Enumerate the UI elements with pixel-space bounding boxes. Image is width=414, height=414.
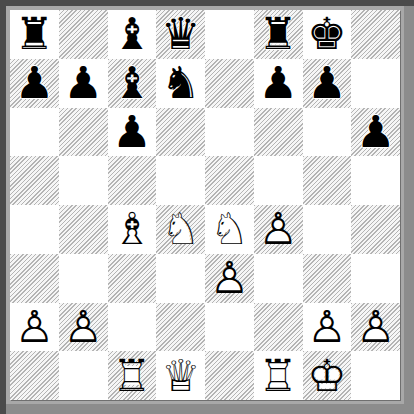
square-c7[interactable]: ♝ [108, 59, 157, 108]
square-e8[interactable] [205, 10, 254, 59]
square-e7[interactable] [205, 59, 254, 108]
square-a5[interactable] [10, 156, 59, 205]
piece-white-queen-d1[interactable]: ♕ [161, 354, 200, 398]
square-c8[interactable]: ♝ [108, 10, 157, 59]
square-c4[interactable]: ♗ [108, 205, 157, 254]
square-h4[interactable] [351, 205, 400, 254]
square-e2[interactable] [205, 303, 254, 352]
square-h6[interactable]: ♟ [351, 108, 400, 157]
piece-white-rook-f1[interactable]: ♖ [258, 354, 297, 398]
piece-white-king-g1[interactable]: ♔ [307, 354, 346, 398]
square-a2[interactable]: ♙ [10, 303, 59, 352]
piece-black-king-g8[interactable]: ♚ [307, 12, 346, 56]
square-b7[interactable]: ♟ [59, 59, 108, 108]
square-d8[interactable]: ♛ [156, 10, 205, 59]
square-e6[interactable] [205, 108, 254, 157]
square-e1[interactable] [205, 351, 254, 400]
square-f7[interactable]: ♟ [254, 59, 303, 108]
piece-black-bishop-c7[interactable]: ♝ [112, 61, 151, 105]
piece-white-pawn-f4[interactable]: ♙ [258, 207, 297, 251]
square-b3[interactable] [59, 254, 108, 303]
square-c3[interactable] [108, 254, 157, 303]
square-e5[interactable] [205, 156, 254, 205]
piece-black-knight-d7[interactable]: ♞ [161, 61, 200, 105]
piece-black-queen-d8[interactable]: ♛ [161, 12, 200, 56]
square-h7[interactable] [351, 59, 400, 108]
square-b8[interactable] [59, 10, 108, 59]
chess-board-frame: ♜♝♛♜♚♟♟♝♞♟♟♟♟♗♘♘♙♙♙♙♙♙♖♕♖♔ [0, 0, 414, 414]
square-d5[interactable] [156, 156, 205, 205]
square-b2[interactable]: ♙ [59, 303, 108, 352]
square-h8[interactable] [351, 10, 400, 59]
square-f5[interactable] [254, 156, 303, 205]
square-a7[interactable]: ♟ [10, 59, 59, 108]
square-a4[interactable] [10, 205, 59, 254]
square-g2[interactable]: ♙ [303, 303, 352, 352]
square-b6[interactable] [59, 108, 108, 157]
piece-white-knight-e4[interactable]: ♘ [210, 207, 249, 251]
square-d3[interactable] [156, 254, 205, 303]
square-g6[interactable] [303, 108, 352, 157]
piece-black-pawn-c6[interactable]: ♟ [112, 110, 151, 154]
square-f1[interactable]: ♖ [254, 351, 303, 400]
piece-white-pawn-a2[interactable]: ♙ [15, 305, 54, 349]
square-d7[interactable]: ♞ [156, 59, 205, 108]
square-f2[interactable] [254, 303, 303, 352]
square-f4[interactable]: ♙ [254, 205, 303, 254]
square-c1[interactable]: ♖ [108, 351, 157, 400]
piece-black-pawn-f7[interactable]: ♟ [258, 61, 297, 105]
square-h1[interactable] [351, 351, 400, 400]
square-g1[interactable]: ♔ [303, 351, 352, 400]
square-d1[interactable]: ♕ [156, 351, 205, 400]
square-h5[interactable] [351, 156, 400, 205]
piece-white-rook-c1[interactable]: ♖ [112, 354, 151, 398]
piece-black-rook-a8[interactable]: ♜ [15, 12, 54, 56]
square-f8[interactable]: ♜ [254, 10, 303, 59]
square-f6[interactable] [254, 108, 303, 157]
chess-board[interactable]: ♜♝♛♜♚♟♟♝♞♟♟♟♟♗♘♘♙♙♙♙♙♙♖♕♖♔ [10, 10, 400, 400]
piece-white-pawn-h2[interactable]: ♙ [356, 305, 395, 349]
square-c2[interactable] [108, 303, 157, 352]
piece-black-pawn-h6[interactable]: ♟ [356, 110, 395, 154]
square-b4[interactable] [59, 205, 108, 254]
piece-black-pawn-a7[interactable]: ♟ [15, 61, 54, 105]
piece-black-rook-f8[interactable]: ♜ [258, 12, 297, 56]
piece-black-bishop-c8[interactable]: ♝ [112, 12, 151, 56]
square-g7[interactable]: ♟ [303, 59, 352, 108]
square-d6[interactable] [156, 108, 205, 157]
piece-white-pawn-g2[interactable]: ♙ [307, 305, 346, 349]
square-d4[interactable]: ♘ [156, 205, 205, 254]
square-e4[interactable]: ♘ [205, 205, 254, 254]
square-h2[interactable]: ♙ [351, 303, 400, 352]
square-g5[interactable] [303, 156, 352, 205]
square-a1[interactable] [10, 351, 59, 400]
piece-white-pawn-e3[interactable]: ♙ [210, 256, 249, 300]
square-g8[interactable]: ♚ [303, 10, 352, 59]
square-f3[interactable] [254, 254, 303, 303]
square-a8[interactable]: ♜ [10, 10, 59, 59]
piece-white-pawn-b2[interactable]: ♙ [63, 305, 102, 349]
square-h3[interactable] [351, 254, 400, 303]
square-e3[interactable]: ♙ [205, 254, 254, 303]
square-a3[interactable] [10, 254, 59, 303]
piece-black-pawn-g7[interactable]: ♟ [307, 61, 346, 105]
square-c6[interactable]: ♟ [108, 108, 157, 157]
square-d2[interactable] [156, 303, 205, 352]
square-g3[interactable] [303, 254, 352, 303]
square-c5[interactable] [108, 156, 157, 205]
square-a6[interactable] [10, 108, 59, 157]
piece-white-knight-d4[interactable]: ♘ [161, 207, 200, 251]
square-b5[interactable] [59, 156, 108, 205]
square-b1[interactable] [59, 351, 108, 400]
piece-black-pawn-b7[interactable]: ♟ [63, 61, 102, 105]
square-g4[interactable] [303, 205, 352, 254]
piece-white-bishop-c4[interactable]: ♗ [112, 207, 151, 251]
